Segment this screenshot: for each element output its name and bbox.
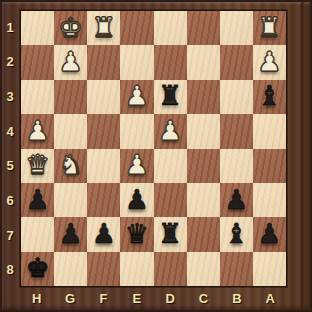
rank-label-8: 8 xyxy=(0,252,20,287)
square-c3[interactable] xyxy=(187,80,220,114)
square-g3[interactable] xyxy=(54,80,87,114)
square-a6[interactable] xyxy=(253,183,286,217)
square-e4[interactable] xyxy=(120,114,153,148)
piece-white-pawn: ♟ xyxy=(25,117,49,144)
rank-label-5: 5 xyxy=(0,149,20,184)
chess-board-window: 12345678 ♚♜♜♟♟♟♜♝♟♟♛♞♟♟♟♟♟♟♛♜♝♟♚ HGFEDCB… xyxy=(0,0,312,312)
square-d7[interactable]: ♜ xyxy=(154,217,187,251)
chess-board: ♚♜♜♟♟♟♜♝♟♟♛♞♟♟♟♟♟♟♛♜♝♟♚ xyxy=(20,10,287,287)
piece-white-king: ♚ xyxy=(59,14,83,41)
square-e7[interactable]: ♛ xyxy=(120,217,153,251)
square-d2[interactable] xyxy=(154,45,187,79)
file-label-g: G xyxy=(53,288,86,309)
square-f7[interactable]: ♟ xyxy=(87,217,120,251)
square-d8[interactable] xyxy=(154,252,187,286)
square-h1[interactable] xyxy=(21,11,54,45)
rank-label-1: 1 xyxy=(0,10,20,45)
square-h4[interactable]: ♟ xyxy=(21,114,54,148)
square-e5[interactable]: ♟ xyxy=(120,149,153,183)
piece-white-rook: ♜ xyxy=(92,14,116,41)
rank-label-3: 3 xyxy=(0,79,20,114)
square-g5[interactable]: ♞ xyxy=(54,149,87,183)
piece-white-pawn: ♟ xyxy=(125,151,149,178)
square-d6[interactable] xyxy=(154,183,187,217)
square-c6[interactable] xyxy=(187,183,220,217)
piece-white-pawn: ♟ xyxy=(158,117,182,144)
file-labels: HGFEDCBA xyxy=(20,288,287,309)
square-b3[interactable] xyxy=(220,80,253,114)
square-h2[interactable] xyxy=(21,45,54,79)
piece-black-pawn: ♟ xyxy=(92,220,116,247)
square-f8[interactable] xyxy=(87,252,120,286)
rank-label-2: 2 xyxy=(0,45,20,80)
square-f6[interactable] xyxy=(87,183,120,217)
square-f5[interactable] xyxy=(87,149,120,183)
square-h3[interactable] xyxy=(21,80,54,114)
square-b6[interactable]: ♟ xyxy=(220,183,253,217)
square-b1[interactable] xyxy=(220,11,253,45)
piece-black-pawn: ♟ xyxy=(25,186,49,213)
square-b5[interactable] xyxy=(220,149,253,183)
piece-white-knight: ♞ xyxy=(59,151,83,178)
square-c8[interactable] xyxy=(187,252,220,286)
square-d4[interactable]: ♟ xyxy=(154,114,187,148)
square-g1[interactable]: ♚ xyxy=(54,11,87,45)
square-e1[interactable] xyxy=(120,11,153,45)
square-c2[interactable] xyxy=(187,45,220,79)
piece-black-rook: ♜ xyxy=(158,82,182,109)
file-label-e: E xyxy=(120,288,153,309)
square-c1[interactable] xyxy=(187,11,220,45)
file-label-h: H xyxy=(20,288,53,309)
rank-labels: 12345678 xyxy=(0,10,20,287)
piece-black-bishop: ♝ xyxy=(224,220,248,247)
square-g2[interactable]: ♟ xyxy=(54,45,87,79)
rank-label-4: 4 xyxy=(0,114,20,149)
piece-black-rook: ♜ xyxy=(158,220,182,247)
piece-black-pawn: ♟ xyxy=(257,220,281,247)
square-b8[interactable] xyxy=(220,252,253,286)
file-label-d: D xyxy=(154,288,187,309)
square-f4[interactable] xyxy=(87,114,120,148)
piece-black-pawn: ♟ xyxy=(59,220,83,247)
piece-white-pawn: ♟ xyxy=(257,48,281,75)
piece-black-queen: ♛ xyxy=(125,220,149,247)
square-a1[interactable]: ♜ xyxy=(253,11,286,45)
square-e6[interactable]: ♟ xyxy=(120,183,153,217)
square-f1[interactable]: ♜ xyxy=(87,11,120,45)
square-c4[interactable] xyxy=(187,114,220,148)
square-a7[interactable]: ♟ xyxy=(253,217,286,251)
square-g4[interactable] xyxy=(54,114,87,148)
piece-black-pawn: ♟ xyxy=(125,186,149,213)
file-label-a: A xyxy=(254,288,287,309)
square-c5[interactable] xyxy=(187,149,220,183)
square-h5[interactable]: ♛ xyxy=(21,149,54,183)
square-e2[interactable] xyxy=(120,45,153,79)
square-h8[interactable]: ♚ xyxy=(21,252,54,286)
square-d3[interactable]: ♜ xyxy=(154,80,187,114)
square-e3[interactable]: ♟ xyxy=(120,80,153,114)
square-a3[interactable]: ♝ xyxy=(253,80,286,114)
square-a4[interactable] xyxy=(253,114,286,148)
piece-white-pawn: ♟ xyxy=(125,82,149,109)
square-e8[interactable] xyxy=(120,252,153,286)
square-b4[interactable] xyxy=(220,114,253,148)
piece-white-rook: ♜ xyxy=(257,14,281,41)
square-c7[interactable] xyxy=(187,217,220,251)
square-d1[interactable] xyxy=(154,11,187,45)
square-h6[interactable]: ♟ xyxy=(21,183,54,217)
square-b2[interactable] xyxy=(220,45,253,79)
piece-white-queen: ♛ xyxy=(25,151,49,178)
frame-groove xyxy=(301,2,304,310)
piece-white-pawn: ♟ xyxy=(59,48,83,75)
piece-black-king: ♚ xyxy=(25,254,49,281)
square-f3[interactable] xyxy=(87,80,120,114)
piece-black-bishop: ♝ xyxy=(257,82,281,109)
square-d5[interactable] xyxy=(154,149,187,183)
rank-label-7: 7 xyxy=(0,218,20,253)
square-g8[interactable] xyxy=(54,252,87,286)
square-a8[interactable] xyxy=(253,252,286,286)
square-f2[interactable] xyxy=(87,45,120,79)
file-label-f: F xyxy=(87,288,120,309)
square-a5[interactable] xyxy=(253,149,286,183)
piece-black-pawn: ♟ xyxy=(224,186,248,213)
square-b7[interactable]: ♝ xyxy=(220,217,253,251)
square-a2[interactable]: ♟ xyxy=(253,45,286,79)
square-g6[interactable] xyxy=(54,183,87,217)
file-label-c: C xyxy=(187,288,220,309)
square-h7[interactable] xyxy=(21,217,54,251)
square-g7[interactable]: ♟ xyxy=(54,217,87,251)
rank-label-6: 6 xyxy=(0,183,20,218)
file-label-b: B xyxy=(220,288,253,309)
